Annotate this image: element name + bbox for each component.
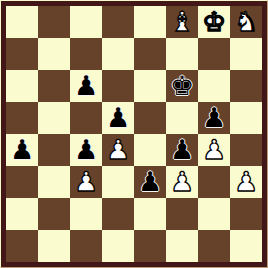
square-f1[interactable] xyxy=(166,230,198,262)
white-pawn: ♟ xyxy=(106,134,130,166)
black-king: ♚ xyxy=(170,70,194,102)
square-d3[interactable] xyxy=(102,166,134,198)
square-c5[interactable] xyxy=(70,102,102,134)
square-g1[interactable] xyxy=(198,230,230,262)
square-e3[interactable]: ♟ xyxy=(134,166,166,198)
white-bishop: ♝ xyxy=(170,6,194,38)
square-a7[interactable] xyxy=(6,38,38,70)
square-d8[interactable] xyxy=(102,6,134,38)
square-e5[interactable] xyxy=(134,102,166,134)
square-g2[interactable] xyxy=(198,198,230,230)
white-king: ♚ xyxy=(202,6,226,38)
square-f6[interactable]: ♚ xyxy=(166,70,198,102)
black-pawn: ♟ xyxy=(106,102,130,134)
white-pawn: ♟ xyxy=(234,166,258,198)
square-f3[interactable]: ♟ xyxy=(166,166,198,198)
white-pawn: ♟ xyxy=(170,166,194,198)
black-pawn: ♟ xyxy=(74,134,98,166)
square-c4[interactable]: ♟ xyxy=(70,134,102,166)
square-e6[interactable] xyxy=(134,70,166,102)
black-pawn: ♟ xyxy=(202,102,226,134)
square-d7[interactable] xyxy=(102,38,134,70)
square-c2[interactable] xyxy=(70,198,102,230)
white-knight: ♞ xyxy=(234,6,258,38)
square-b7[interactable] xyxy=(38,38,70,70)
square-g8[interactable]: ♚ xyxy=(198,6,230,38)
square-e7[interactable] xyxy=(134,38,166,70)
black-pawn: ♟ xyxy=(138,166,162,198)
square-b5[interactable] xyxy=(38,102,70,134)
square-c8[interactable] xyxy=(70,6,102,38)
square-a2[interactable] xyxy=(6,198,38,230)
square-a1[interactable] xyxy=(6,230,38,262)
square-f8[interactable]: ♝ xyxy=(166,6,198,38)
square-g6[interactable] xyxy=(198,70,230,102)
square-c3[interactable]: ♟ xyxy=(70,166,102,198)
square-a6[interactable] xyxy=(6,70,38,102)
square-b6[interactable] xyxy=(38,70,70,102)
square-a5[interactable] xyxy=(6,102,38,134)
square-d5[interactable]: ♟ xyxy=(102,102,134,134)
square-h6[interactable] xyxy=(230,70,262,102)
square-g3[interactable] xyxy=(198,166,230,198)
square-d1[interactable] xyxy=(102,230,134,262)
chess-board-frame: ♝♚♞♟♚♟♟♟♟♟♟♟♟♟♟♟ xyxy=(0,0,268,268)
chess-board: ♝♚♞♟♚♟♟♟♟♟♟♟♟♟♟♟ xyxy=(6,6,262,262)
square-h5[interactable] xyxy=(230,102,262,134)
square-d4[interactable]: ♟ xyxy=(102,134,134,166)
white-pawn: ♟ xyxy=(202,134,226,166)
square-d6[interactable] xyxy=(102,70,134,102)
square-e2[interactable] xyxy=(134,198,166,230)
square-c1[interactable] xyxy=(70,230,102,262)
square-d2[interactable] xyxy=(102,198,134,230)
square-b2[interactable] xyxy=(38,198,70,230)
black-pawn: ♟ xyxy=(170,134,194,166)
black-pawn: ♟ xyxy=(74,70,98,102)
square-a3[interactable] xyxy=(6,166,38,198)
square-c6[interactable]: ♟ xyxy=(70,70,102,102)
square-f2[interactable] xyxy=(166,198,198,230)
square-g5[interactable]: ♟ xyxy=(198,102,230,134)
square-b4[interactable] xyxy=(38,134,70,166)
square-e4[interactable] xyxy=(134,134,166,166)
square-e1[interactable] xyxy=(134,230,166,262)
square-b1[interactable] xyxy=(38,230,70,262)
square-a8[interactable] xyxy=(6,6,38,38)
square-h3[interactable]: ♟ xyxy=(230,166,262,198)
square-h8[interactable]: ♞ xyxy=(230,6,262,38)
square-f7[interactable] xyxy=(166,38,198,70)
square-b8[interactable] xyxy=(38,6,70,38)
square-f4[interactable]: ♟ xyxy=(166,134,198,166)
square-b3[interactable] xyxy=(38,166,70,198)
black-pawn: ♟ xyxy=(10,134,34,166)
square-f5[interactable] xyxy=(166,102,198,134)
square-g7[interactable] xyxy=(198,38,230,70)
square-h1[interactable] xyxy=(230,230,262,262)
square-h4[interactable] xyxy=(230,134,262,166)
square-c7[interactable] xyxy=(70,38,102,70)
square-h2[interactable] xyxy=(230,198,262,230)
square-a4[interactable]: ♟ xyxy=(6,134,38,166)
white-pawn: ♟ xyxy=(74,166,98,198)
square-h7[interactable] xyxy=(230,38,262,70)
square-e8[interactable] xyxy=(134,6,166,38)
square-g4[interactable]: ♟ xyxy=(198,134,230,166)
